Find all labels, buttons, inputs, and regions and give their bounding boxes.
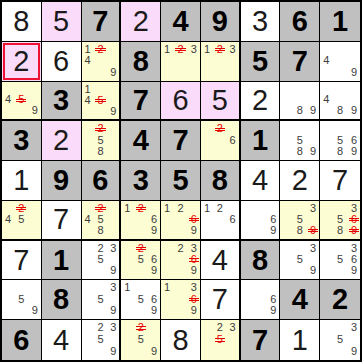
cell-r9c4[interactable]: 259 xyxy=(121,320,161,360)
candidate-digit: 3 xyxy=(310,243,316,254)
cell-r4c2[interactable]: 2 xyxy=(42,121,82,161)
candidate-grid: 489 xyxy=(320,82,360,120)
cell-r9c1[interactable]: 6 xyxy=(2,320,42,360)
candidate-digit: 8 xyxy=(337,105,343,116)
candidate-digit: 9 xyxy=(110,305,116,316)
given-digit: 4 xyxy=(292,285,308,314)
cell-r2c2[interactable]: 6 xyxy=(42,42,82,82)
candidate-grid: 359 xyxy=(320,320,360,360)
cell-r6c1[interactable]: 245 xyxy=(2,201,42,241)
candidate-digit: 9 xyxy=(32,305,38,316)
candidate-digit: 9 xyxy=(191,225,197,236)
cell-r5c7[interactable]: 4 xyxy=(241,161,281,201)
candidate-grid: 1459 xyxy=(82,82,120,120)
candidate-digit: 9 xyxy=(351,105,357,116)
cell-r9c2[interactable]: 4 xyxy=(42,320,82,360)
solved-digit: 8 xyxy=(13,7,29,36)
candidate-digit: 5 xyxy=(297,254,303,265)
candidate-digit: 4 xyxy=(85,95,91,106)
cell-r3c8[interactable]: 89 xyxy=(280,82,320,122)
candidate-digit: 8 xyxy=(297,146,303,157)
given-digit: 4 xyxy=(172,7,188,36)
cell-r3c6[interactable]: 5 xyxy=(201,82,241,122)
candidate-digit: 4 xyxy=(85,214,91,225)
cell-r4c6[interactable]: 26 xyxy=(201,121,241,161)
given-digit: 7 xyxy=(172,126,188,155)
candidate-digit: 2 xyxy=(177,243,183,254)
candidate-digit: 9 xyxy=(110,67,116,78)
candidate-grid: 359 xyxy=(82,280,120,319)
cell-r3c7[interactable]: 2 xyxy=(241,82,281,122)
cell-r4c1[interactable]: 3 xyxy=(2,121,42,161)
solved-digit: 5 xyxy=(212,86,228,115)
candidate-digit: 3 xyxy=(191,243,197,254)
candidate-digit: 1 xyxy=(85,44,91,55)
candidate-digit: 3 xyxy=(191,282,197,293)
candidate-digit-struck: 2 xyxy=(138,243,144,254)
solved-digit: 7 xyxy=(212,285,228,314)
cell-r9c5[interactable]: 8 xyxy=(161,320,201,360)
candidate-digit: 5 xyxy=(337,334,343,345)
candidate-digit: 1 xyxy=(164,282,170,293)
given-digit: 3 xyxy=(13,126,29,155)
given-digit: 6 xyxy=(292,7,308,36)
candidate-digit: 4 xyxy=(323,94,329,105)
candidate-digit-struck: 2 xyxy=(97,44,103,55)
given-digit: 2 xyxy=(332,285,348,314)
cell-r4c4[interactable]: 4 xyxy=(121,121,161,161)
candidate-digit: 5 xyxy=(18,294,24,305)
candidate-grid: 1369 xyxy=(161,280,200,319)
given-digit: 6 xyxy=(92,166,108,195)
cell-r2c9[interactable]: 49 xyxy=(320,42,360,82)
solved-digit: 1 xyxy=(292,326,308,355)
cell-r4c7[interactable]: 1 xyxy=(241,121,281,161)
candidate-digit: 9 xyxy=(310,146,316,157)
cell-r5c4[interactable]: 3 xyxy=(121,161,161,201)
candidate-digit: 5 xyxy=(337,135,343,146)
candidate-digit: 9 xyxy=(110,265,116,276)
candidate-grid: 59 xyxy=(2,280,41,319)
candidate-grid: 69 xyxy=(241,280,280,319)
given-digit: 1 xyxy=(53,246,69,275)
candidate-digit-struck: 6 xyxy=(191,294,197,305)
candidate-digit: 9 xyxy=(191,265,197,276)
candidate-digit: 3 xyxy=(351,243,357,254)
candidate-digit: 3 xyxy=(110,243,116,254)
cell-r4c3[interactable]: 258 xyxy=(82,121,122,161)
cell-r2c3[interactable]: 1249 xyxy=(82,42,122,82)
candidate-digit-struck: 2 xyxy=(138,322,144,333)
cell-r6c4[interactable]: 1269 xyxy=(121,201,161,241)
candidate-digit: 1 xyxy=(85,84,91,95)
cell-r8c9[interactable]: 2 xyxy=(320,280,360,320)
candidate-digit-struck: 5 xyxy=(217,334,223,345)
candidate-digit: 8 xyxy=(97,146,103,157)
candidate-digit: 4 xyxy=(323,55,329,66)
candidate-digit: 9 xyxy=(310,265,316,276)
candidate-digit: 9 xyxy=(351,265,357,276)
given-digit: 8 xyxy=(53,285,69,314)
solved-digit: 7 xyxy=(332,166,348,195)
cell-r7c9[interactable]: 3569 xyxy=(320,241,360,281)
solved-digit: 2 xyxy=(252,86,268,115)
given-digit: 7 xyxy=(252,326,268,355)
candidate-digit: 2 xyxy=(177,203,183,214)
candidate-digit: 2 xyxy=(97,322,103,333)
cell-r5c8[interactable]: 2 xyxy=(280,161,320,201)
cell-r6c5[interactable]: 1269 xyxy=(161,201,201,241)
cell-r2c1[interactable]: 2 xyxy=(2,42,42,82)
candidate-digit: 6 xyxy=(351,254,357,265)
candidate-digit: 6 xyxy=(270,214,276,225)
candidate-digit: 5 xyxy=(138,334,144,345)
cell-r5c2[interactable]: 9 xyxy=(42,161,82,201)
candidate-digit: 1 xyxy=(124,203,130,214)
cell-r1c2[interactable]: 5 xyxy=(42,2,82,42)
candidate-grid: 26 xyxy=(201,121,239,160)
solved-digit: 7 xyxy=(53,205,69,234)
cell-r8c3[interactable]: 359 xyxy=(82,280,122,320)
candidate-digit: 3 xyxy=(110,322,116,333)
candidate-grid: 5689 xyxy=(320,121,360,160)
solved-digit: 4 xyxy=(212,246,228,275)
solved-digit: 7 xyxy=(13,246,29,275)
candidate-digit: 1 xyxy=(164,44,170,55)
candidate-grid: 1569 xyxy=(121,280,160,319)
cell-r7c7[interactable]: 8 xyxy=(241,241,281,281)
cell-r4c5[interactable]: 7 xyxy=(161,121,201,161)
candidate-grid: 69 xyxy=(241,201,280,239)
candidate-digit: 6 xyxy=(230,135,236,146)
sudoku-board: 8572493612612498123123574945931459765289… xyxy=(0,0,362,362)
candidate-grid: 35689 xyxy=(320,201,360,239)
candidate-grid: 123 xyxy=(201,42,239,81)
candidate-digit: 6 xyxy=(151,294,157,305)
cell-r5c1[interactable]: 1 xyxy=(2,161,42,201)
cell-r8c1[interactable]: 59 xyxy=(2,280,42,320)
cell-r1c4[interactable]: 2 xyxy=(121,2,161,42)
solved-digit: 3 xyxy=(252,7,268,36)
candidate-digit: 9 xyxy=(191,305,197,316)
cell-r9c9[interactable]: 359 xyxy=(320,320,360,360)
candidate-digit: 9 xyxy=(151,305,157,316)
candidate-digit: 9 xyxy=(351,67,357,78)
candidate-digit: 5 xyxy=(97,254,103,265)
cell-r1c1[interactable]: 8 xyxy=(2,2,42,42)
cell-r7c6[interactable]: 4 xyxy=(201,241,241,281)
given-digit: 8 xyxy=(212,166,228,195)
candidate-digit: 2 xyxy=(97,243,103,254)
candidate-grid: 459 xyxy=(2,82,41,120)
candidate-grid: 2569 xyxy=(121,241,160,280)
candidate-digit: 5 xyxy=(138,254,144,265)
cell-r7c4[interactable]: 2569 xyxy=(121,241,161,281)
cell-r7c8[interactable]: 359 xyxy=(280,241,320,281)
cell-r1c9[interactable]: 1 xyxy=(320,2,360,42)
candidate-digit-struck: 2 xyxy=(217,44,223,55)
cell-r8c8[interactable]: 4 xyxy=(280,280,320,320)
solved-digit: 6 xyxy=(172,86,188,115)
candidate-digit: 9 xyxy=(151,225,157,236)
solved-digit: 8 xyxy=(172,326,188,355)
candidate-digit: 5 xyxy=(97,334,103,345)
candidate-digit: 3 xyxy=(230,44,236,55)
cell-r8c7[interactable]: 69 xyxy=(241,280,281,320)
cell-r8c5[interactable]: 1369 xyxy=(161,280,201,320)
candidate-grid: 123 xyxy=(161,42,200,81)
given-digit: 1 xyxy=(332,7,348,36)
candidate-digit: 9 xyxy=(110,106,116,117)
cell-r1c7[interactable]: 3 xyxy=(241,2,281,42)
candidate-digit: 1 xyxy=(164,203,170,214)
candidate-digit: 5 xyxy=(97,294,103,305)
candidate-digit: 3 xyxy=(191,44,197,55)
given-digit: 9 xyxy=(212,7,228,36)
candidate-digit: 5 xyxy=(97,135,103,146)
candidate-digit: 1 xyxy=(204,203,210,214)
candidate-grid: 2359 xyxy=(82,241,120,280)
candidate-digit: 9 xyxy=(310,105,316,116)
candidate-digit: 3 xyxy=(351,322,357,333)
candidate-digit: 9 xyxy=(110,346,116,357)
given-digit: 7 xyxy=(292,47,308,76)
cell-r8c6[interactable]: 7 xyxy=(201,280,241,320)
cell-r9c3[interactable]: 2359 xyxy=(82,320,122,360)
candidate-digit: 1 xyxy=(124,282,130,293)
cell-r3c3[interactable]: 1459 xyxy=(82,82,122,122)
cell-r3c9[interactable]: 489 xyxy=(320,82,360,122)
candidate-digit: 2 xyxy=(217,203,223,214)
cell-r5c6[interactable]: 8 xyxy=(201,161,241,201)
cell-r2c5[interactable]: 123 xyxy=(161,42,201,82)
candidate-grid: 2359 xyxy=(82,320,120,360)
cell-r6c9[interactable]: 35689 xyxy=(320,201,360,241)
candidate-digit: 9 xyxy=(151,346,157,357)
given-digit: 8 xyxy=(133,47,149,76)
candidate-digit-struck: 2 xyxy=(138,203,144,214)
candidate-digit: 8 xyxy=(297,105,303,116)
candidate-grid: 2369 xyxy=(161,241,200,280)
cell-r8c4[interactable]: 1569 xyxy=(121,280,161,320)
candidate-grid: 2458 xyxy=(82,201,120,239)
given-digit: 5 xyxy=(172,166,188,195)
given-digit: 6 xyxy=(13,326,29,355)
solved-digit: 5 xyxy=(53,7,69,36)
solved-digit: 2 xyxy=(13,47,29,76)
candidate-digit-struck: 2 xyxy=(97,123,103,134)
candidate-digit: 3 xyxy=(110,282,116,293)
given-digit: 3 xyxy=(133,166,149,195)
cell-r6c7[interactable]: 69 xyxy=(241,201,281,241)
candidate-grid: 359 xyxy=(280,241,319,280)
given-digit: 5 xyxy=(252,47,268,76)
candidate-grid: 1249 xyxy=(82,42,120,81)
cell-r2c6[interactable]: 123 xyxy=(201,42,241,82)
cell-r6c2[interactable]: 7 xyxy=(42,201,82,241)
candidate-grid: 49 xyxy=(320,42,360,81)
candidate-digit-struck: 6 xyxy=(191,254,197,265)
candidate-digit: 8 xyxy=(97,225,103,236)
cell-r9c6[interactable]: 235 xyxy=(201,320,241,360)
cell-r8c2[interactable]: 8 xyxy=(42,280,82,320)
candidate-digit: 8 xyxy=(337,225,343,236)
candidate-digit: 5 xyxy=(297,135,303,146)
cell-r2c8[interactable]: 7 xyxy=(280,42,320,82)
candidate-grid: 3569 xyxy=(320,241,360,280)
candidate-grid: 1269 xyxy=(121,201,160,239)
cell-r1c5[interactable]: 4 xyxy=(161,2,201,42)
candidate-digit: 4 xyxy=(5,94,11,105)
candidate-digit: 5 xyxy=(337,254,343,265)
candidate-digit: 9 xyxy=(270,305,276,316)
candidate-grid: 3589 xyxy=(280,201,319,239)
given-digit: 1 xyxy=(252,126,268,155)
cell-r2c4[interactable]: 8 xyxy=(121,42,161,82)
candidate-digit-struck: 9 xyxy=(310,225,316,236)
cell-r3c2[interactable]: 3 xyxy=(42,82,82,122)
candidate-digit-struck: 9 xyxy=(351,225,357,236)
candidate-digit: 6 xyxy=(230,214,236,225)
cell-r9c7[interactable]: 7 xyxy=(241,320,281,360)
cell-r7c5[interactable]: 2369 xyxy=(161,241,201,281)
candidate-digit-struck: 5 xyxy=(18,94,24,105)
cell-r7c3[interactable]: 2359 xyxy=(82,241,122,281)
solved-digit: 2 xyxy=(53,126,69,155)
solved-digit: 6 xyxy=(53,47,69,76)
candidate-grid: 89 xyxy=(280,82,319,120)
given-digit: 3 xyxy=(53,86,69,115)
solved-digit: 2 xyxy=(292,166,308,195)
cell-r4c9[interactable]: 5689 xyxy=(320,121,360,161)
cell-r7c2[interactable]: 1 xyxy=(42,241,82,281)
candidate-grid: 126 xyxy=(201,201,239,239)
candidate-digit: 2 xyxy=(217,322,223,333)
candidate-digit: 1 xyxy=(204,44,210,55)
candidate-grid: 1269 xyxy=(161,201,200,239)
candidate-digit-struck: 2 xyxy=(177,44,183,55)
solved-digit: 4 xyxy=(252,166,268,195)
cell-r1c3[interactable]: 7 xyxy=(82,2,122,42)
cell-r3c5[interactable]: 6 xyxy=(161,82,201,122)
solved-digit: 1 xyxy=(13,166,29,195)
candidate-digit-struck: 5 xyxy=(97,95,103,106)
candidate-digit: 8 xyxy=(297,225,303,236)
cell-r5c3[interactable]: 6 xyxy=(82,161,122,201)
cell-r5c9[interactable]: 7 xyxy=(320,161,360,201)
candidate-grid: 258 xyxy=(82,121,120,160)
candidate-digit: 8 xyxy=(337,146,343,157)
candidate-digit: 5 xyxy=(18,214,24,225)
candidate-grid: 589 xyxy=(280,121,319,160)
given-digit: 8 xyxy=(252,246,268,275)
given-digit: 7 xyxy=(92,7,108,36)
cell-r1c8[interactable]: 6 xyxy=(280,2,320,42)
cell-r6c8[interactable]: 3589 xyxy=(280,201,320,241)
candidate-digit-struck: 2 xyxy=(217,123,223,134)
cell-r5c5[interactable]: 5 xyxy=(161,161,201,201)
cell-r9c8[interactable]: 1 xyxy=(280,320,320,360)
candidate-digit: 6 xyxy=(351,135,357,146)
given-digit: 4 xyxy=(133,126,149,155)
solved-digit: 4 xyxy=(53,326,69,355)
candidate-digit: 6 xyxy=(151,254,157,265)
candidate-digit: 9 xyxy=(351,146,357,157)
candidate-grid: 259 xyxy=(121,320,160,360)
cell-r4c8[interactable]: 589 xyxy=(280,121,320,161)
cell-r6c3[interactable]: 2458 xyxy=(82,201,122,241)
candidate-digit: 9 xyxy=(270,225,276,236)
given-digit: 7 xyxy=(133,86,149,115)
candidate-digit: 9 xyxy=(32,105,38,116)
cell-r1c6[interactable]: 9 xyxy=(201,2,241,42)
candidate-grid: 245 xyxy=(2,201,41,239)
cell-r3c1[interactable]: 459 xyxy=(2,82,42,122)
candidate-digit: 6 xyxy=(270,294,276,305)
candidate-digit: 4 xyxy=(85,55,91,66)
given-digit: 9 xyxy=(53,166,69,195)
candidate-digit: 9 xyxy=(151,265,157,276)
candidate-digit: 5 xyxy=(138,294,144,305)
candidate-digit: 4 xyxy=(5,214,11,225)
solved-digit: 2 xyxy=(133,7,149,36)
candidate-digit: 9 xyxy=(351,346,357,357)
cell-r7c1[interactable]: 7 xyxy=(2,241,42,281)
candidate-digit: 3 xyxy=(310,203,316,214)
candidate-digit: 3 xyxy=(230,322,236,333)
candidate-grid: 235 xyxy=(201,320,239,360)
cell-r2c7[interactable]: 5 xyxy=(241,42,281,82)
cell-r6c6[interactable]: 126 xyxy=(201,201,241,241)
cell-r3c4[interactable]: 7 xyxy=(121,82,161,122)
